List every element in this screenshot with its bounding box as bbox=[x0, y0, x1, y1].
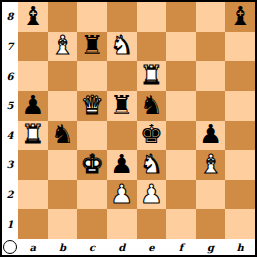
square-b6[interactable] bbox=[48, 61, 78, 91]
black-pawn-icon-d3: ♟ bbox=[110, 151, 133, 177]
square-g4[interactable]: ♟ bbox=[196, 121, 226, 151]
square-f2[interactable] bbox=[166, 180, 196, 210]
white-bishop-icon-g3: ♝ bbox=[199, 151, 222, 177]
square-h4[interactable] bbox=[225, 121, 255, 151]
white-pawn-icon-d2: ♟ bbox=[110, 181, 133, 207]
square-d6[interactable] bbox=[107, 61, 137, 91]
square-c8[interactable] bbox=[77, 2, 107, 32]
square-h3[interactable] bbox=[225, 150, 255, 180]
square-d3[interactable]: ♟ bbox=[107, 150, 137, 180]
white-bishop-icon-b7: ♝ bbox=[51, 32, 74, 58]
rank-label-5: 5 bbox=[2, 91, 18, 121]
black-knight-icon-e5: ♞ bbox=[140, 92, 163, 118]
square-d7[interactable]: ♞ bbox=[107, 32, 137, 62]
white-queen-icon-c5: ♛ bbox=[80, 92, 103, 118]
corner-indicator-cell bbox=[2, 239, 18, 255]
square-g1[interactable] bbox=[196, 209, 226, 239]
black-bishop-icon-a8: ♝ bbox=[21, 3, 44, 29]
white-knight-icon-e3: ♞ bbox=[140, 151, 163, 177]
black-rook-icon-d5: ♜ bbox=[110, 92, 133, 118]
square-f8[interactable] bbox=[166, 2, 196, 32]
file-label-d: d bbox=[107, 239, 137, 255]
black-king-icon-e4: ♚ bbox=[140, 121, 163, 147]
square-a5[interactable]: ♟ bbox=[18, 91, 48, 121]
white-to-move-indicator-icon bbox=[3, 240, 17, 254]
rank-label-6: 6 bbox=[2, 61, 18, 91]
file-labels: abcdefgh bbox=[18, 239, 255, 255]
white-rook-icon-a4: ♜ bbox=[21, 121, 44, 147]
square-a7[interactable] bbox=[18, 32, 48, 62]
square-a6[interactable] bbox=[18, 61, 48, 91]
board: ♝♝♝♜♞♜♟♛♜♞♜♞♚♟♚♟♞♝♟♟ bbox=[18, 2, 255, 239]
square-c1[interactable] bbox=[77, 209, 107, 239]
rank-label-7: 7 bbox=[2, 32, 18, 62]
square-b5[interactable] bbox=[48, 91, 78, 121]
square-c3[interactable]: ♚ bbox=[77, 150, 107, 180]
white-king-icon-c3: ♚ bbox=[80, 151, 103, 177]
square-h6[interactable] bbox=[225, 61, 255, 91]
rank-label-8: 8 bbox=[2, 2, 18, 32]
square-b7[interactable]: ♝ bbox=[48, 32, 78, 62]
file-label-e: e bbox=[137, 239, 167, 255]
square-e7[interactable] bbox=[137, 32, 167, 62]
square-f6[interactable] bbox=[166, 61, 196, 91]
square-c7[interactable]: ♜ bbox=[77, 32, 107, 62]
chess-diagram: 87654321 ♝♝♝♜♞♜♟♛♜♞♜♞♚♟♚♟♞♝♟♟ abcdefgh bbox=[0, 0, 257, 257]
file-label-b: b bbox=[48, 239, 78, 255]
black-bishop-icon-h8: ♝ bbox=[229, 3, 252, 29]
square-f7[interactable] bbox=[166, 32, 196, 62]
square-a3[interactable] bbox=[18, 150, 48, 180]
square-g2[interactable] bbox=[196, 180, 226, 210]
square-g6[interactable] bbox=[196, 61, 226, 91]
square-c6[interactable] bbox=[77, 61, 107, 91]
square-g3[interactable]: ♝ bbox=[196, 150, 226, 180]
square-f5[interactable] bbox=[166, 91, 196, 121]
square-f4[interactable] bbox=[166, 121, 196, 151]
square-c5[interactable]: ♛ bbox=[77, 91, 107, 121]
square-e8[interactable] bbox=[137, 2, 167, 32]
square-h7[interactable] bbox=[225, 32, 255, 62]
square-b1[interactable] bbox=[48, 209, 78, 239]
square-e4[interactable]: ♚ bbox=[137, 121, 167, 151]
square-h1[interactable] bbox=[225, 209, 255, 239]
white-knight-icon-d7: ♞ bbox=[110, 32, 133, 58]
rank-label-1: 1 bbox=[2, 209, 18, 239]
square-g5[interactable] bbox=[196, 91, 226, 121]
square-g7[interactable] bbox=[196, 32, 226, 62]
rank-labels: 87654321 bbox=[2, 2, 18, 239]
square-a8[interactable]: ♝ bbox=[18, 2, 48, 32]
black-rook-icon-c7: ♜ bbox=[80, 32, 103, 58]
square-b2[interactable] bbox=[48, 180, 78, 210]
file-label-a: a bbox=[18, 239, 48, 255]
black-knight-icon-b4: ♞ bbox=[51, 121, 74, 147]
rank-label-4: 4 bbox=[2, 121, 18, 151]
square-f1[interactable] bbox=[166, 209, 196, 239]
file-label-h: h bbox=[225, 239, 255, 255]
square-e2[interactable]: ♟ bbox=[137, 180, 167, 210]
file-label-f: f bbox=[166, 239, 196, 255]
square-a1[interactable] bbox=[18, 209, 48, 239]
square-g8[interactable] bbox=[196, 2, 226, 32]
rank-label-2: 2 bbox=[2, 180, 18, 210]
file-label-c: c bbox=[77, 239, 107, 255]
square-e3[interactable]: ♞ bbox=[137, 150, 167, 180]
square-e6[interactable]: ♜ bbox=[137, 61, 167, 91]
square-h5[interactable] bbox=[225, 91, 255, 121]
square-c4[interactable] bbox=[77, 121, 107, 151]
square-b8[interactable] bbox=[48, 2, 78, 32]
square-f3[interactable] bbox=[166, 150, 196, 180]
square-e5[interactable]: ♞ bbox=[137, 91, 167, 121]
rank-label-3: 3 bbox=[2, 150, 18, 180]
white-rook-icon-e6: ♜ bbox=[140, 62, 163, 88]
square-d8[interactable] bbox=[107, 2, 137, 32]
square-h8[interactable]: ♝ bbox=[225, 2, 255, 32]
square-a2[interactable] bbox=[18, 180, 48, 210]
white-pawn-icon-e2: ♟ bbox=[140, 181, 163, 207]
black-pawn-icon-a5: ♟ bbox=[21, 92, 44, 118]
square-d4[interactable] bbox=[107, 121, 137, 151]
square-h2[interactable] bbox=[225, 180, 255, 210]
square-c2[interactable] bbox=[77, 180, 107, 210]
square-d5[interactable]: ♜ bbox=[107, 91, 137, 121]
square-d2[interactable]: ♟ bbox=[107, 180, 137, 210]
square-b4[interactable]: ♞ bbox=[48, 121, 78, 151]
black-pawn-icon-g4: ♟ bbox=[199, 121, 222, 147]
file-label-g: g bbox=[196, 239, 226, 255]
square-d1[interactable] bbox=[107, 209, 137, 239]
square-b3[interactable] bbox=[48, 150, 78, 180]
square-a4[interactable]: ♜ bbox=[18, 121, 48, 151]
square-e1[interactable] bbox=[137, 209, 167, 239]
